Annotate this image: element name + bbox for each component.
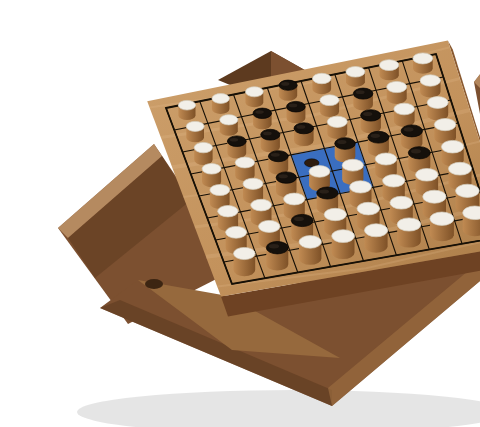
peg-black cell-r4c3[interactable] bbox=[268, 151, 288, 175]
peg-white cell-r1c7[interactable] bbox=[379, 60, 398, 81]
peg-black cell-r1c4[interactable] bbox=[279, 80, 297, 101]
peg-black cell-r3c6[interactable] bbox=[361, 110, 381, 134]
peg-white cell-r2c2[interactable] bbox=[220, 115, 238, 136]
peg-white cell-r2c1[interactable] bbox=[186, 121, 204, 142]
peg-black cell-r4c6[interactable] bbox=[368, 131, 389, 156]
othello-travel-set-photo bbox=[40, 16, 480, 427]
peg-black cell-r2c6[interactable] bbox=[353, 88, 373, 110]
peg-white cell-r8c4[interactable] bbox=[332, 230, 355, 259]
peg-white cell-r1c6[interactable] bbox=[346, 67, 365, 87]
peg-black cell-r2c3[interactable] bbox=[253, 108, 272, 129]
scene-canvas bbox=[40, 16, 480, 427]
peg-white cell-r8c8[interactable] bbox=[463, 206, 480, 236]
peg-white cell-r8c1[interactable] bbox=[234, 247, 256, 276]
peg-white cell-r1c2[interactable] bbox=[212, 94, 230, 114]
peg-white cell-r2c7[interactable] bbox=[387, 81, 407, 104]
peg-white cell-r2c5[interactable] bbox=[320, 95, 339, 117]
peg-white cell-r8c6[interactable] bbox=[397, 218, 421, 248]
box-finger-notch bbox=[145, 279, 163, 289]
peg-black cell-r8c2[interactable] bbox=[266, 242, 288, 271]
peg-white cell-r1c5[interactable] bbox=[312, 73, 331, 94]
peg-black cell-r4c5[interactable] bbox=[335, 138, 356, 163]
peg-white cell-r2c8[interactable] bbox=[420, 75, 440, 98]
peg-white cell-r3c8[interactable] bbox=[427, 97, 448, 121]
ground-shadow bbox=[77, 390, 480, 427]
peg-white cell-r8c3[interactable] bbox=[299, 236, 321, 265]
peg-black cell-r3c4[interactable] bbox=[294, 123, 314, 146]
peg-white cell-r8c5[interactable] bbox=[365, 224, 388, 253]
peg-white cell-r4c1[interactable] bbox=[202, 164, 221, 188]
peg-white cell-r3c7[interactable] bbox=[394, 103, 415, 127]
peg-white cell-r1c8[interactable] bbox=[413, 53, 433, 74]
peg-white cell-r3c5[interactable] bbox=[327, 116, 347, 139]
peg-black cell-r3c3[interactable] bbox=[261, 129, 280, 152]
peg-white cell-r1c1[interactable] bbox=[178, 100, 195, 120]
peg-white cell-r3c1[interactable] bbox=[194, 142, 212, 165]
peg-white cell-r1c3[interactable] bbox=[245, 87, 263, 108]
peg-black cell-r3c2[interactable] bbox=[227, 136, 246, 159]
peg-black cell-r2c4[interactable] bbox=[287, 101, 306, 123]
peg-black cell-r4c7[interactable] bbox=[401, 125, 422, 150]
peg-white cell-r8c7[interactable] bbox=[430, 212, 454, 241]
peg-white cell-r4c2[interactable] bbox=[235, 157, 254, 181]
peg-white cell-r4c8[interactable] bbox=[434, 119, 456, 144]
